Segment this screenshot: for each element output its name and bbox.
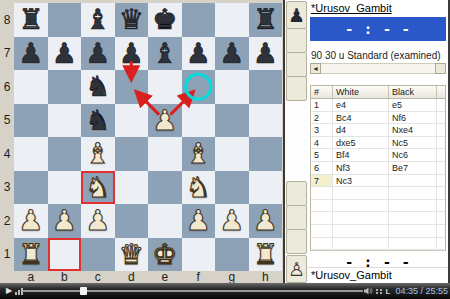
seek-thumb[interactable] [80,287,87,295]
file-label-a: a [14,271,48,283]
main-area: 87654321 ♜♝♛♚♜♟♟♟♟♝♟♟♟♞♞♟♝♝♞♞♟♟♟♟♟♟♜♛♚♜ … [0,0,450,283]
tray-cell [286,181,307,206]
square-h4[interactable] [249,137,283,171]
square-c2[interactable]: ♟ [81,204,115,238]
rank-label-7: 7 [0,37,14,71]
scroll-right-button[interactable] [435,63,446,74]
move-cell[interactable]: 5 [311,149,333,161]
square-g7[interactable]: ♟ [215,37,249,71]
rank-labels: 87654321 [0,3,14,271]
black-rook-h8[interactable]: ♜ [253,3,278,37]
black-pawn-h7[interactable]: ♟ [253,37,278,71]
tray-cell [286,28,307,53]
rank-label-1: 1 [0,238,14,272]
file-label-e: e [148,271,182,283]
black-queen-d8[interactable]: ♛ [119,3,144,37]
game-title: *Urusov_Gambit [308,0,448,15]
square-g8[interactable] [215,3,249,37]
square-d4[interactable] [115,137,149,171]
square-d2[interactable] [115,204,149,238]
square-f5[interactable] [182,104,216,138]
square-f2[interactable]: ♟ [182,204,216,238]
move-cell[interactable]: 6 [311,162,333,174]
square-c1[interactable] [81,238,115,272]
black-rook-a8[interactable]: ♜ [18,3,43,37]
move-cell[interactable] [311,225,333,237]
square-b1[interactable] [48,238,82,272]
move-cell[interactable]: Bf4 [333,149,389,161]
move-cell[interactable] [437,124,445,136]
white-rook-a1[interactable]: ♜ [18,238,43,272]
square-h7[interactable]: ♟ [249,37,283,71]
move-cell[interactable] [389,212,437,224]
square-g2[interactable]: ♟ [215,204,249,238]
move-cell[interactable]: Be7 [389,162,437,174]
chess-app-window: 87654321 ♜♝♛♚♜♟♟♟♟♝♟♟♟♞♞♟♝♝♞♞♟♟♟♟♟♟♜♛♚♜ … [0,0,450,299]
white-pawn-f2[interactable]: ♟ [186,204,211,238]
black-knight-c6[interactable]: ♞ [85,70,110,104]
square-h5[interactable] [249,104,283,138]
file-labels: abcdefgh [14,271,282,283]
square-c8[interactable]: ♝ [81,3,115,37]
move-row-empty[interactable] [311,225,445,238]
move-row-6[interactable]: 6Nf3Be7 [311,162,445,175]
speaker-icon[interactable] [363,286,373,296]
file-label-c: c [81,271,115,283]
move-scrollbar[interactable]: ◄ [310,63,446,74]
game-info-panel: *Urusov_Gambit - : - - 90 30 u Standard … [308,0,450,283]
move-row-empty[interactable] [311,200,445,213]
square-f7[interactable]: ♟ [182,37,216,71]
header-white: White [333,86,389,98]
move-cell[interactable] [333,200,389,212]
game-title-bottom: *Urusov_Gambit [308,267,448,283]
move-cell[interactable] [437,112,445,124]
square-a2[interactable]: ♟ [14,204,48,238]
move-cell[interactable] [389,238,437,250]
tray-cell [286,76,307,101]
square-c7[interactable]: ♟ [81,37,115,71]
move-cell[interactable]: 3 [311,124,333,136]
rank-label-6: 6 [0,70,14,104]
board-area: 87654321 ♜♝♛♚♜♟♟♟♟♝♟♟♟♞♞♟♝♝♞♞♟♟♟♟♟♟♜♛♚♜ … [0,0,283,283]
file-label-f: f [182,271,216,283]
move-cell[interactable] [437,238,445,250]
square-f6[interactable] [182,70,216,104]
square-d1[interactable]: ♛ [115,238,149,272]
black-pawn-g7[interactable]: ♟ [219,37,244,71]
move-row-7[interactable]: 7Nc3 [311,175,445,188]
move-cell[interactable] [437,187,445,199]
move-cell[interactable] [389,225,437,237]
move-cell[interactable]: Nxe4 [389,124,437,136]
square-a6[interactable] [14,70,48,104]
captured-piece-tray: ♟ ♙ [283,0,308,283]
square-e5[interactable]: ♟ [148,104,182,138]
black-knight-c5[interactable]: ♞ [85,104,110,138]
move-cell[interactable] [437,212,445,224]
black-pawn-b7[interactable]: ♟ [52,37,77,71]
rank-label-5: 5 [0,104,14,138]
white-rook-h1[interactable]: ♜ [253,238,278,272]
move-cell[interactable] [437,137,445,149]
move-row-1[interactable]: 1e4e5 [311,99,445,112]
white-pawn-icon[interactable]: ♙ [286,255,307,283]
move-cell[interactable]: 4 [311,137,333,149]
square-d7[interactable]: ♟ [115,37,149,71]
square-b8[interactable] [48,3,82,37]
rank-label-4: 4 [0,137,14,171]
square-f8[interactable] [182,3,216,37]
black-pawn-icon[interactable]: ♟ [286,1,307,29]
black-pawn-d7[interactable]: ♟ [119,37,144,71]
move-cell[interactable]: Nf6 [389,112,437,124]
square-e4[interactable] [148,137,182,171]
move-cell[interactable] [333,225,389,237]
square-f1[interactable] [182,238,216,272]
square-h1[interactable]: ♜ [249,238,283,272]
square-c5[interactable]: ♞ [81,104,115,138]
rank-label-2: 2 [0,204,14,238]
move-cell[interactable] [333,238,389,250]
square-d8[interactable]: ♛ [115,3,149,37]
loop-toggle[interactable]: L [386,287,391,296]
black-clock: - : - - [310,17,446,41]
move-cell[interactable]: Bc4 [333,112,389,124]
move-row-2[interactable]: 2Bc4Nf6 [311,112,445,125]
square-b6[interactable] [48,70,82,104]
move-cell[interactable]: e5 [389,99,437,111]
scroll-left-button[interactable]: ◄ [310,63,321,74]
move-cell[interactable] [333,187,389,199]
move-list-table: # White Black 1e4e52Bc4Nf63d4Nxe44dxe5Nc… [310,85,446,251]
move-cell[interactable] [437,175,445,187]
square-a7[interactable]: ♟ [14,37,48,71]
white-pawn-b2[interactable]: ♟ [52,204,77,238]
tray-cell [286,229,307,254]
move-cell[interactable] [437,162,445,174]
scroll-track[interactable] [321,63,435,74]
move-row-4[interactable]: 4dxe5Nc5 [311,137,445,150]
square-f4[interactable]: ♝ [182,137,216,171]
white-knight-c3[interactable]: ♞ [85,171,110,205]
square-g1[interactable] [215,238,249,272]
square-g5[interactable] [215,104,249,138]
header-black: Black [389,86,437,98]
white-pawn-e5[interactable]: ♟ [152,104,177,138]
square-b3[interactable] [48,171,82,205]
square-f3[interactable]: ♞ [182,171,216,205]
square-d5[interactable] [115,104,149,138]
move-cell[interactable]: 2 [311,112,333,124]
move-cell[interactable]: 1 [311,99,333,111]
tray-cell [286,205,307,230]
square-h3[interactable] [249,171,283,205]
square-a4[interactable] [14,137,48,171]
display-mode-icon[interactable] [376,289,383,294]
move-cell[interactable] [389,187,437,199]
rank-label-8: 8 [0,3,14,37]
white-bishop-c4[interactable]: ♝ [85,137,110,171]
square-b4[interactable] [48,137,82,171]
square-c6[interactable]: ♞ [81,70,115,104]
square-e1[interactable]: ♚ [148,238,182,272]
seek-bar[interactable] [22,290,363,292]
white-pawn-g2[interactable]: ♟ [219,204,244,238]
black-bishop-c8[interactable]: ♝ [85,3,110,37]
move-cell[interactable] [437,225,445,237]
move-cell[interactable] [389,175,437,187]
move-cell[interactable]: 7 [311,175,333,187]
file-label-b: b [48,271,82,283]
move-cell[interactable] [311,187,333,199]
black-pawn-a7[interactable]: ♟ [18,37,43,71]
move-cell[interactable]: Nf3 [333,162,389,174]
time-control-label: 90 30 u Standard (examined) [308,50,448,61]
square-d6[interactable] [115,70,149,104]
black-pawn-f7[interactable]: ♟ [186,37,211,71]
move-cell[interactable] [437,149,445,161]
move-cell[interactable]: Nc6 [389,149,437,161]
move-cell[interactable] [437,200,445,212]
tray-cell [286,52,307,77]
move-row-3[interactable]: 3d4Nxe4 [311,124,445,137]
move-cell[interactable]: Nc3 [333,175,389,187]
file-label-g: g [215,271,249,283]
square-c4[interactable]: ♝ [81,137,115,171]
black-king-e8[interactable]: ♚ [152,3,177,37]
move-cell[interactable]: dxe5 [333,137,389,149]
square-e3[interactable] [148,171,182,205]
white-pawn-h2[interactable]: ♟ [253,204,278,238]
square-b7[interactable]: ♟ [48,37,82,71]
move-cell[interactable]: Nc5 [389,137,437,149]
play-button[interactable]: ▶ [6,283,12,299]
file-label-d: d [115,271,149,283]
header-spacer [437,86,445,98]
black-pawn-c7[interactable]: ♟ [85,37,110,71]
move-cell[interactable] [311,238,333,250]
playback-time: 04:35 / 25:55 [395,286,448,296]
square-h8[interactable]: ♜ [249,3,283,37]
tray-gap [285,101,308,182]
square-b5[interactable] [48,104,82,138]
move-row-5[interactable]: 5Bf4Nc6 [311,149,445,162]
square-e2[interactable] [148,204,182,238]
header-move-number: # [311,86,333,98]
black-bishop-e7[interactable]: ♝ [152,37,177,71]
move-cell[interactable] [389,200,437,212]
square-g4[interactable] [215,137,249,171]
square-a3[interactable] [14,171,48,205]
white-queen-d1[interactable]: ♛ [119,238,144,272]
white-king-e1[interactable]: ♚ [152,238,177,272]
move-cell[interactable] [437,99,445,111]
square-g3[interactable] [215,171,249,205]
white-pawn-c2[interactable]: ♟ [85,204,110,238]
white-knight-f3[interactable]: ♞ [186,171,211,205]
square-b2[interactable]: ♟ [48,204,82,238]
move-cell[interactable] [311,200,333,212]
move-cell[interactable] [333,212,389,224]
square-a5[interactable] [14,104,48,138]
move-cell[interactable] [311,212,333,224]
square-e8[interactable]: ♚ [148,3,182,37]
chess-board[interactable]: ♜♝♛♚♜♟♟♟♟♝♟♟♟♞♞♟♝♝♞♞♟♟♟♟♟♟♜♛♚♜ [14,3,282,271]
white-pawn-a2[interactable]: ♟ [18,204,43,238]
move-table-header: # White Black [311,86,445,99]
rank-label-3: 3 [0,171,14,205]
move-row-empty[interactable] [311,238,445,251]
square-a1[interactable]: ♜ [14,238,48,272]
white-bishop-f4[interactable]: ♝ [186,137,211,171]
media-bar: ▶ L 04:35 / 25:55 [0,283,450,299]
move-cell[interactable]: e4 [333,99,389,111]
square-h6[interactable] [249,70,283,104]
move-row-empty[interactable] [311,187,445,200]
square-g6[interactable] [215,70,249,104]
square-e6[interactable] [148,70,182,104]
file-label-h: h [249,271,283,283]
square-h2[interactable]: ♟ [249,204,283,238]
square-a8[interactable]: ♜ [14,3,48,37]
move-row-empty[interactable] [311,212,445,225]
square-c3[interactable]: ♞ [81,171,115,205]
square-d3[interactable] [115,171,149,205]
move-cell[interactable]: d4 [333,124,389,136]
square-e7[interactable]: ♝ [148,37,182,71]
